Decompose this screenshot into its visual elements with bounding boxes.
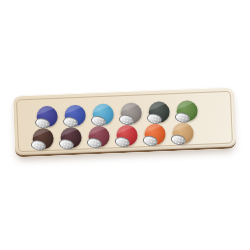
metal-shank-icon <box>58 138 75 151</box>
piece-royal-blue[interactable] <box>64 105 86 127</box>
piece-navy-blue[interactable] <box>36 106 58 128</box>
metal-shank-icon <box>142 135 159 148</box>
metal-shank-icon <box>30 139 47 152</box>
metal-shank-icon <box>86 137 103 150</box>
piece-tan[interactable] <box>172 122 194 144</box>
piece-orange[interactable] <box>144 123 166 145</box>
piece-maroon[interactable] <box>60 127 82 149</box>
photo-background <box>0 0 250 250</box>
board-tray <box>13 87 236 158</box>
piece-green[interactable] <box>176 100 198 122</box>
piece-gray[interactable] <box>120 102 142 124</box>
piece-dark-brown[interactable] <box>32 128 54 150</box>
metal-shank-icon <box>170 133 187 146</box>
piece-burgundy[interactable] <box>88 126 110 148</box>
piece-sky-blue[interactable] <box>92 103 114 125</box>
piece-red[interactable] <box>116 124 138 146</box>
metal-shank-icon <box>114 136 131 149</box>
piece-charcoal[interactable] <box>148 101 170 123</box>
